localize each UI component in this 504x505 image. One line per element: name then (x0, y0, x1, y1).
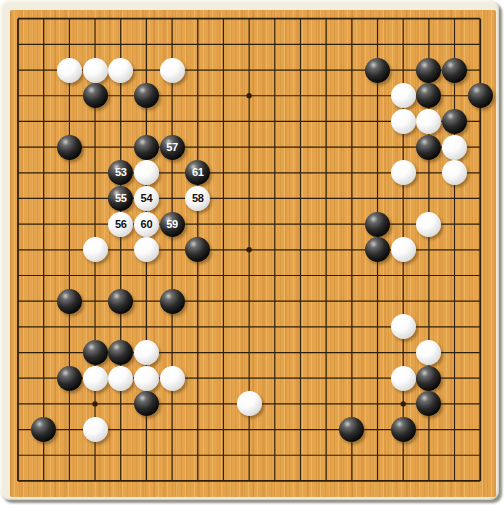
stone-white (237, 391, 262, 416)
stone-white (391, 237, 416, 262)
stone-white (391, 83, 416, 108)
stone-black (416, 366, 441, 391)
stone-black (391, 417, 416, 442)
move-number-label: 56 (115, 218, 127, 229)
stone-white (134, 340, 159, 365)
stone-white (160, 366, 185, 391)
stone-white (391, 366, 416, 391)
stone-white (108, 58, 133, 83)
stone-black (468, 83, 493, 108)
stone-white (416, 212, 441, 237)
stone-black (57, 366, 82, 391)
move-number-label: 57 (166, 141, 178, 152)
stone-white (83, 366, 108, 391)
stone-white (442, 135, 467, 160)
stone-white (160, 58, 185, 83)
stone-white (134, 366, 159, 391)
stone-white (391, 314, 416, 339)
move-number-label: 60 (141, 218, 153, 229)
stone-white-move-54: 54 (134, 186, 159, 211)
stone-white (83, 58, 108, 83)
move-number-label: 54 (141, 192, 153, 203)
stone-black (160, 289, 185, 314)
stone-black (134, 83, 159, 108)
stone-white (83, 417, 108, 442)
stone-black (442, 109, 467, 134)
move-number-label: 58 (192, 192, 204, 203)
stone-white-move-60: 60 (134, 212, 159, 237)
star-point (92, 401, 97, 406)
move-number-label: 59 (166, 218, 178, 229)
stone-black (365, 58, 390, 83)
move-number-label: 61 (192, 167, 204, 178)
stone-white-move-56: 56 (108, 212, 133, 237)
stone-white (134, 160, 159, 185)
stone-white (83, 237, 108, 262)
stone-white (57, 58, 82, 83)
stone-black-move-57: 57 (160, 135, 185, 160)
stone-white (108, 366, 133, 391)
stone-black-move-59: 59 (160, 212, 185, 237)
stone-black-move-55: 55 (108, 186, 133, 211)
stone-black (83, 340, 108, 365)
stone-black (365, 212, 390, 237)
move-number-label: 53 (115, 167, 127, 178)
star-point (246, 93, 251, 98)
star-point (401, 401, 406, 406)
goban-frame: 575361555458566059 (0, 0, 499, 500)
stone-black (108, 289, 133, 314)
stone-black (416, 58, 441, 83)
star-point (246, 247, 251, 252)
stone-black (83, 83, 108, 108)
stone-black (416, 135, 441, 160)
stone-black (57, 135, 82, 160)
goban-board: 575361555458566059 (10, 10, 496, 497)
stone-white (391, 109, 416, 134)
stone-black (57, 289, 82, 314)
stone-white (391, 160, 416, 185)
stone-black (134, 135, 159, 160)
move-number-label: 55 (115, 192, 127, 203)
stone-black (442, 58, 467, 83)
